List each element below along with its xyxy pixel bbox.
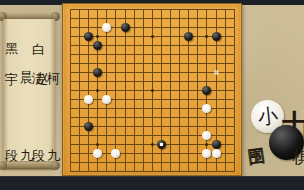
black-player-name: 赵晨宇 (4, 61, 49, 64)
black-stone (212, 140, 221, 149)
go-broadcast-screen: 白 柯洁 九段 黑 赵晨宇 九段 小 九 围 棋 (0, 0, 304, 190)
white-player-rank: 九段 (31, 138, 61, 141)
black-player-rank: 九段 (4, 138, 34, 141)
white-stone (212, 149, 221, 158)
black-stone (157, 140, 166, 149)
grid-line (70, 18, 235, 19)
white-stone (202, 131, 211, 140)
logo-char-xiao: 小 (256, 102, 279, 131)
star-point (96, 89, 99, 92)
white-stone (93, 149, 102, 158)
grid-line (70, 171, 235, 172)
white-stone (202, 104, 211, 113)
black-stone (93, 68, 102, 77)
grid-line (70, 117, 235, 118)
star-point (96, 35, 99, 38)
grid-line (70, 54, 235, 55)
grid-line (70, 63, 235, 64)
black-color-label: 黑 (4, 33, 19, 36)
white-stone (102, 95, 111, 104)
white-stone (202, 149, 211, 158)
players-scroll-panel: 白 柯洁 九段 黑 赵晨宇 九段 (0, 10, 60, 172)
logo-char-wei: 围 (246, 144, 266, 169)
logo-char-qi: 棋 (292, 145, 304, 169)
black-stone (84, 122, 93, 131)
black-stone (212, 32, 221, 41)
scroll-bottom-rod (1, 162, 57, 169)
grid-line (70, 99, 235, 100)
black-stone (184, 32, 193, 41)
white-stone (84, 95, 93, 104)
white-stone (111, 149, 120, 158)
grid-line (70, 9, 235, 10)
ghost-stone (214, 70, 219, 75)
star-point (151, 89, 154, 92)
star-point (151, 143, 154, 146)
grid-line (70, 126, 235, 127)
channel-logo: 小 九 围 棋 (245, 95, 304, 175)
black-stone (202, 86, 211, 95)
scroll-rod-cap (0, 161, 7, 170)
black-stone (84, 32, 93, 41)
player-controls (0, 176, 304, 190)
star-point (151, 35, 154, 38)
white-color-label: 白 (31, 33, 46, 36)
grid-line (70, 81, 235, 82)
go-board[interactable] (62, 3, 242, 176)
black-stone (121, 23, 130, 32)
black-stone (93, 41, 102, 50)
white-stone (102, 23, 111, 32)
grid-line (70, 162, 235, 163)
star-point (96, 143, 99, 146)
grid-line (70, 27, 235, 28)
scroll-paper: 白 柯洁 九段 黑 赵晨宇 九段 (3, 19, 55, 161)
scroll-rod-cap (51, 161, 60, 170)
last-move-marker (160, 143, 163, 146)
